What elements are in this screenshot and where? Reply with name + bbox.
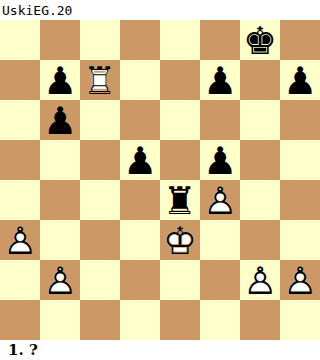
- square-b6[interactable]: ♟: [40, 100, 80, 140]
- square-e5[interactable]: [160, 140, 200, 180]
- black-king: ♚: [240, 20, 280, 60]
- square-h1[interactable]: [280, 300, 320, 340]
- square-d8[interactable]: [120, 20, 160, 60]
- white-pawn: ♟♙: [0, 220, 40, 260]
- chess-board: ♚♟♜♖♟♟♟♟♟♜♟♙♟♙♚♔♟♙♟♙♟♙: [0, 20, 320, 340]
- square-c4[interactable]: [80, 180, 120, 220]
- square-d3[interactable]: [120, 220, 160, 260]
- white-pawn: ♟♙: [280, 260, 320, 300]
- square-e6[interactable]: [160, 100, 200, 140]
- square-d5[interactable]: ♟: [120, 140, 160, 180]
- square-d6[interactable]: [120, 100, 160, 140]
- square-e4[interactable]: ♜: [160, 180, 200, 220]
- white-pawn: ♟♙: [240, 260, 280, 300]
- black-pawn: ♟: [200, 60, 240, 100]
- square-g6[interactable]: [240, 100, 280, 140]
- square-c6[interactable]: [80, 100, 120, 140]
- square-a6[interactable]: [0, 100, 40, 140]
- square-h7[interactable]: ♟: [280, 60, 320, 100]
- square-h6[interactable]: [280, 100, 320, 140]
- square-f5[interactable]: ♟: [200, 140, 240, 180]
- square-g5[interactable]: [240, 140, 280, 180]
- chess-diagram-window: UskiEG.20 ♚♟♜♖♟♟♟♟♟♜♟♙♟♙♚♔♟♙♟♙♟♙ 1. ?: [0, 0, 320, 360]
- square-c2[interactable]: [80, 260, 120, 300]
- square-g7[interactable]: [240, 60, 280, 100]
- square-g8[interactable]: ♚: [240, 20, 280, 60]
- white-rook: ♜♖: [80, 60, 120, 100]
- square-f6[interactable]: [200, 100, 240, 140]
- square-h3[interactable]: [280, 220, 320, 260]
- square-g1[interactable]: [240, 300, 280, 340]
- square-a4[interactable]: [0, 180, 40, 220]
- square-b4[interactable]: [40, 180, 80, 220]
- square-c7[interactable]: ♜♖: [80, 60, 120, 100]
- square-f1[interactable]: [200, 300, 240, 340]
- square-h5[interactable]: [280, 140, 320, 180]
- square-f4[interactable]: ♟♙: [200, 180, 240, 220]
- square-c3[interactable]: [80, 220, 120, 260]
- square-f8[interactable]: [200, 20, 240, 60]
- square-f7[interactable]: ♟: [200, 60, 240, 100]
- square-f2[interactable]: [200, 260, 240, 300]
- square-a2[interactable]: [0, 260, 40, 300]
- square-c1[interactable]: [80, 300, 120, 340]
- square-b2[interactable]: ♟♙: [40, 260, 80, 300]
- square-d2[interactable]: [120, 260, 160, 300]
- square-e8[interactable]: [160, 20, 200, 60]
- white-pawn: ♟♙: [200, 180, 240, 220]
- square-g3[interactable]: [240, 220, 280, 260]
- title-bar: UskiEG.20: [0, 0, 320, 20]
- diagram-title: UskiEG.20: [0, 3, 72, 18]
- footer-bar: 1. ?: [0, 340, 320, 360]
- black-pawn: ♟: [40, 100, 80, 140]
- square-b7[interactable]: ♟: [40, 60, 80, 100]
- square-d4[interactable]: [120, 180, 160, 220]
- square-a1[interactable]: [0, 300, 40, 340]
- black-pawn: ♟: [200, 140, 240, 180]
- black-rook: ♜: [160, 180, 200, 220]
- square-d7[interactable]: [120, 60, 160, 100]
- square-b3[interactable]: [40, 220, 80, 260]
- square-g4[interactable]: [240, 180, 280, 220]
- square-e7[interactable]: [160, 60, 200, 100]
- square-b5[interactable]: [40, 140, 80, 180]
- square-c8[interactable]: [80, 20, 120, 60]
- square-h4[interactable]: [280, 180, 320, 220]
- square-b8[interactable]: [40, 20, 80, 60]
- square-a7[interactable]: [0, 60, 40, 100]
- black-pawn: ♟: [40, 60, 80, 100]
- square-d1[interactable]: [120, 300, 160, 340]
- square-h2[interactable]: ♟♙: [280, 260, 320, 300]
- square-b1[interactable]: [40, 300, 80, 340]
- square-a3[interactable]: ♟♙: [0, 220, 40, 260]
- square-e1[interactable]: [160, 300, 200, 340]
- square-f3[interactable]: [200, 220, 240, 260]
- square-c5[interactable]: [80, 140, 120, 180]
- white-pawn: ♟♙: [40, 260, 80, 300]
- black-pawn: ♟: [280, 60, 320, 100]
- square-g2[interactable]: ♟♙: [240, 260, 280, 300]
- square-a8[interactable]: [0, 20, 40, 60]
- square-e3[interactable]: ♚♔: [160, 220, 200, 260]
- square-a5[interactable]: [0, 140, 40, 180]
- white-king: ♚♔: [160, 220, 200, 260]
- square-e2[interactable]: [160, 260, 200, 300]
- black-pawn: ♟: [120, 140, 160, 180]
- square-h8[interactable]: [280, 20, 320, 60]
- move-prompt: 1. ?: [0, 341, 38, 359]
